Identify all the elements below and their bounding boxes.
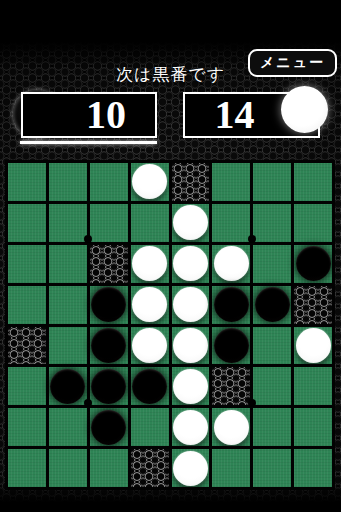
cell-r7c4[interactable] — [131, 408, 169, 446]
cell-r7c6[interactable] — [212, 408, 250, 446]
white-disc — [173, 205, 208, 240]
cell-r3c5[interactable] — [172, 245, 210, 283]
white-score-value: 14 — [215, 93, 255, 137]
black-disc — [91, 410, 126, 445]
cell-r8c2[interactable] — [49, 449, 87, 487]
cell-r4c5[interactable] — [172, 286, 210, 324]
cell-r8c5[interactable] — [172, 449, 210, 487]
cell-r2c5[interactable] — [172, 204, 210, 242]
cell-r6c6 — [212, 367, 250, 405]
black-score-value: 10 — [86, 93, 126, 137]
cell-r7c8[interactable] — [294, 408, 332, 446]
cell-r6c3[interactable] — [90, 367, 128, 405]
cell-r7c5[interactable] — [172, 408, 210, 446]
cell-r2c3[interactable] — [90, 204, 128, 242]
cell-r8c1[interactable] — [8, 449, 46, 487]
cell-r5c4[interactable] — [131, 327, 169, 365]
cell-r5c5[interactable] — [172, 327, 210, 365]
white-disc — [173, 451, 208, 486]
cell-r8c3[interactable] — [90, 449, 128, 487]
cell-r1c5 — [172, 163, 210, 201]
cell-r5c2[interactable] — [49, 327, 87, 365]
white-disc-icon — [281, 86, 328, 133]
star-point — [84, 399, 92, 407]
turn-status-text: 次は黒番です — [0, 63, 341, 86]
black-disc — [91, 328, 126, 363]
cell-r1c1[interactable] — [8, 163, 46, 201]
cell-r8c4 — [131, 449, 169, 487]
cell-r1c7[interactable] — [253, 163, 291, 201]
star-point — [248, 235, 256, 243]
cell-r7c2[interactable] — [49, 408, 87, 446]
cell-r5c8[interactable] — [294, 327, 332, 365]
cell-r5c1 — [8, 327, 46, 365]
cell-r5c3[interactable] — [90, 327, 128, 365]
white-disc — [132, 164, 167, 199]
black-disc — [91, 287, 126, 322]
black-disc — [255, 287, 290, 322]
cell-r6c1[interactable] — [8, 367, 46, 405]
black-disc — [132, 369, 167, 404]
cell-r6c5[interactable] — [172, 367, 210, 405]
cell-r2c6[interactable] — [212, 204, 250, 242]
cell-r4c2[interactable] — [49, 286, 87, 324]
cell-r3c2[interactable] — [49, 245, 87, 283]
cell-r6c4[interactable] — [131, 367, 169, 405]
black-score-box: 10 — [21, 92, 157, 138]
cell-r3c6[interactable] — [212, 245, 250, 283]
cell-r1c3[interactable] — [90, 163, 128, 201]
cell-r5c6[interactable] — [212, 327, 250, 365]
cell-r2c8[interactable] — [294, 204, 332, 242]
white-disc — [173, 246, 208, 281]
cell-r7c1[interactable] — [8, 408, 46, 446]
cell-r2c2[interactable] — [49, 204, 87, 242]
board — [5, 160, 335, 490]
black-turn-indicator — [20, 141, 157, 144]
cell-r4c4[interactable] — [131, 286, 169, 324]
cell-r3c4[interactable] — [131, 245, 169, 283]
cell-r6c2[interactable] — [49, 367, 87, 405]
cell-r8c7[interactable] — [253, 449, 291, 487]
cell-r2c7[interactable] — [253, 204, 291, 242]
black-disc — [50, 369, 85, 404]
cell-r5c7[interactable] — [253, 327, 291, 365]
cell-r7c7[interactable] — [253, 408, 291, 446]
cell-r2c1[interactable] — [8, 204, 46, 242]
star-point — [84, 235, 92, 243]
white-disc — [132, 328, 167, 363]
white-disc — [214, 246, 249, 281]
cell-r1c6[interactable] — [212, 163, 250, 201]
cell-r4c3[interactable] — [90, 286, 128, 324]
cell-r7c3[interactable] — [90, 408, 128, 446]
cell-r4c8 — [294, 286, 332, 324]
cell-r3c1[interactable] — [8, 245, 46, 283]
cell-r6c8[interactable] — [294, 367, 332, 405]
cell-r4c1[interactable] — [8, 286, 46, 324]
cell-r4c7[interactable] — [253, 286, 291, 324]
white-disc — [173, 328, 208, 363]
black-disc — [296, 246, 331, 281]
white-disc — [173, 287, 208, 322]
cell-r1c4[interactable] — [131, 163, 169, 201]
black-disc — [91, 369, 126, 404]
white-disc — [173, 369, 208, 404]
cell-r1c8[interactable] — [294, 163, 332, 201]
cell-r2c4[interactable] — [131, 204, 169, 242]
cell-r3c8[interactable] — [294, 245, 332, 283]
cell-r3c7[interactable] — [253, 245, 291, 283]
cell-r1c2[interactable] — [49, 163, 87, 201]
cell-r8c8[interactable] — [294, 449, 332, 487]
white-disc — [296, 328, 331, 363]
cell-r8c6[interactable] — [212, 449, 250, 487]
cell-r4c6[interactable] — [212, 286, 250, 324]
white-disc — [214, 410, 249, 445]
cell-r3c3 — [90, 245, 128, 283]
black-disc — [214, 287, 249, 322]
white-disc — [132, 246, 167, 281]
black-disc — [214, 328, 249, 363]
star-point — [248, 399, 256, 407]
white-disc — [132, 287, 167, 322]
white-disc — [173, 410, 208, 445]
cell-r6c7[interactable] — [253, 367, 291, 405]
